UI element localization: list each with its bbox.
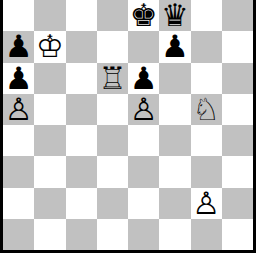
square-f6[interactable] [159, 63, 190, 94]
square-c4[interactable] [66, 125, 97, 156]
piece-white-pawn[interactable]: ♙ [192, 188, 220, 219]
piece-black-pawn[interactable]: ♟ [161, 31, 189, 62]
piece-black-queen[interactable]: ♛ [161, 0, 189, 31]
square-g2[interactable]: ♙ [191, 188, 222, 219]
square-b5[interactable] [34, 94, 65, 125]
square-c8[interactable] [66, 0, 97, 31]
square-b2[interactable] [34, 188, 65, 219]
square-f5[interactable] [159, 94, 190, 125]
piece-white-knight[interactable]: ♘ [192, 94, 220, 125]
piece-white-pawn[interactable]: ♙ [5, 94, 33, 125]
square-c1[interactable] [66, 219, 97, 250]
square-f1[interactable] [159, 219, 190, 250]
square-h2[interactable] [222, 188, 253, 219]
square-a8[interactable] [3, 0, 34, 31]
square-e1[interactable] [128, 219, 159, 250]
square-e6[interactable]: ♟ [128, 63, 159, 94]
piece-black-pawn[interactable]: ♟ [5, 63, 33, 94]
square-e3[interactable] [128, 156, 159, 187]
square-h8[interactable] [222, 0, 253, 31]
square-d8[interactable] [97, 0, 128, 31]
square-a2[interactable] [3, 188, 34, 219]
square-a1[interactable] [3, 219, 34, 250]
square-b7[interactable]: ♔ [34, 31, 65, 62]
square-a7[interactable]: ♟ [3, 31, 34, 62]
chess-board: ♚♛♟♔♟♟♖♟♙♙♘♙ [0, 0, 256, 253]
square-c7[interactable] [66, 31, 97, 62]
square-g5[interactable]: ♘ [191, 94, 222, 125]
piece-black-pawn[interactable]: ♟ [130, 63, 158, 94]
square-f2[interactable] [159, 188, 190, 219]
square-e4[interactable] [128, 125, 159, 156]
square-g8[interactable] [191, 0, 222, 31]
square-a3[interactable] [3, 156, 34, 187]
square-f4[interactable] [159, 125, 190, 156]
square-e8[interactable]: ♚ [128, 0, 159, 31]
square-d7[interactable] [97, 31, 128, 62]
square-b1[interactable] [34, 219, 65, 250]
square-d3[interactable] [97, 156, 128, 187]
square-e5[interactable]: ♙ [128, 94, 159, 125]
square-d1[interactable] [97, 219, 128, 250]
square-h4[interactable] [222, 125, 253, 156]
square-f7[interactable]: ♟ [159, 31, 190, 62]
square-d2[interactable] [97, 188, 128, 219]
square-g7[interactable] [191, 31, 222, 62]
square-h1[interactable] [222, 219, 253, 250]
square-d6[interactable]: ♖ [97, 63, 128, 94]
square-b6[interactable] [34, 63, 65, 94]
square-g1[interactable] [191, 219, 222, 250]
piece-white-rook[interactable]: ♖ [98, 63, 126, 94]
square-b8[interactable] [34, 0, 65, 31]
square-a6[interactable]: ♟ [3, 63, 34, 94]
square-b4[interactable] [34, 125, 65, 156]
square-d5[interactable] [97, 94, 128, 125]
square-d4[interactable] [97, 125, 128, 156]
square-f3[interactable] [159, 156, 190, 187]
piece-black-pawn[interactable]: ♟ [5, 31, 33, 62]
square-e2[interactable] [128, 188, 159, 219]
square-c6[interactable] [66, 63, 97, 94]
square-h7[interactable] [222, 31, 253, 62]
square-g6[interactable] [191, 63, 222, 94]
piece-black-king[interactable]: ♚ [130, 0, 158, 31]
square-h5[interactable] [222, 94, 253, 125]
square-a5[interactable]: ♙ [3, 94, 34, 125]
square-f8[interactable]: ♛ [159, 0, 190, 31]
square-a4[interactable] [3, 125, 34, 156]
square-g3[interactable] [191, 156, 222, 187]
board-grid: ♚♛♟♔♟♟♖♟♙♙♘♙ [3, 0, 253, 250]
square-e7[interactable] [128, 31, 159, 62]
square-c3[interactable] [66, 156, 97, 187]
piece-white-king[interactable]: ♔ [36, 31, 64, 62]
square-h6[interactable] [222, 63, 253, 94]
square-g4[interactable] [191, 125, 222, 156]
piece-white-pawn[interactable]: ♙ [130, 94, 158, 125]
square-b3[interactable] [34, 156, 65, 187]
square-c5[interactable] [66, 94, 97, 125]
square-h3[interactable] [222, 156, 253, 187]
square-c2[interactable] [66, 188, 97, 219]
